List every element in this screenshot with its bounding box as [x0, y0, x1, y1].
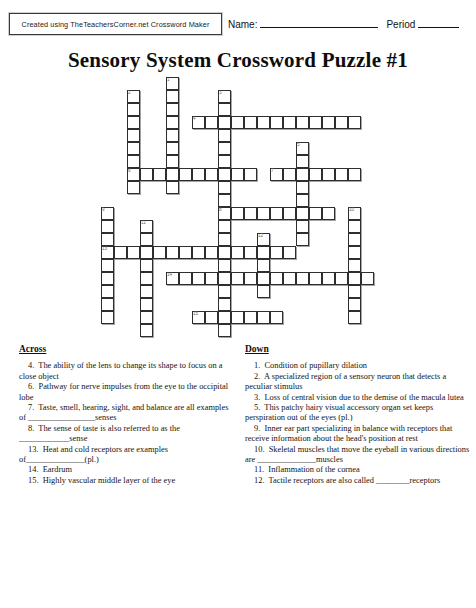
clue-item: 3. Loss of central vision due to the dem…	[245, 393, 471, 403]
grid-cell[interactable]	[283, 168, 296, 181]
clue-item: 13. Heat and cold receptors are examples…	[19, 445, 235, 466]
name-period-row: Name:Period	[228, 17, 468, 33]
grid-cell[interactable]	[140, 311, 153, 324]
grid-cell[interactable]	[114, 246, 127, 259]
grid-cell[interactable]	[166, 142, 179, 155]
clue-item: 11. Inflammation of the cornea	[245, 465, 471, 475]
grid-cell[interactable]	[270, 246, 283, 259]
grid-cell[interactable]: 11	[140, 220, 153, 233]
grid-cell[interactable]	[166, 246, 179, 259]
clue-number: 6	[128, 168, 131, 173]
grid-cell[interactable]	[127, 181, 140, 194]
grid-cell[interactable]	[218, 168, 231, 181]
grid-cell[interactable]	[348, 233, 361, 246]
name-label: Name:	[228, 19, 257, 30]
clue-number: 12	[258, 233, 263, 238]
grid-cell[interactable]	[348, 246, 361, 259]
grid-cell[interactable]	[348, 116, 361, 129]
grid-cell[interactable]	[218, 116, 231, 129]
grid-cell[interactable]	[244, 116, 257, 129]
grid-cell[interactable]	[218, 194, 231, 207]
grid-cell[interactable]: 12	[257, 233, 270, 246]
grid-cell[interactable]	[283, 116, 296, 129]
grid-cell[interactable]	[257, 116, 270, 129]
grid-cell[interactable]	[296, 116, 309, 129]
grid-cell[interactable]	[218, 259, 231, 272]
grid-cell[interactable]	[218, 129, 231, 142]
grid-cell[interactable]: 14	[166, 272, 179, 285]
grid-cell[interactable]	[218, 155, 231, 168]
grid-cell[interactable]	[127, 142, 140, 155]
grid-cell[interactable]	[127, 116, 140, 129]
grid-cell[interactable]: 9	[101, 207, 114, 220]
grid-cell[interactable]	[348, 259, 361, 272]
grid-cell[interactable]	[140, 233, 153, 246]
grid-cell[interactable]	[101, 233, 114, 246]
grid-cell[interactable]	[309, 116, 322, 129]
grid-cell[interactable]	[283, 207, 296, 220]
grid-cell[interactable]	[218, 246, 231, 259]
clue-number: 15	[193, 311, 198, 316]
grid-cell[interactable]	[296, 194, 309, 207]
grid-cell[interactable]	[335, 272, 348, 285]
across-clues-section: Across 4. The ability of the lens to cha…	[19, 344, 235, 486]
grid-cell[interactable]	[270, 207, 283, 220]
clue-number: 5	[297, 142, 300, 147]
grid-cell[interactable]	[218, 324, 231, 337]
grid-cell[interactable]	[335, 168, 348, 181]
grid-cell[interactable]	[296, 168, 309, 181]
grid-cell[interactable]	[283, 272, 296, 285]
grid-cell[interactable]	[140, 285, 153, 298]
grid-cell[interactable]: 6	[127, 168, 140, 181]
grid-cell[interactable]	[101, 285, 114, 298]
grid-cell[interactable]	[322, 116, 335, 129]
grid-cell[interactable]	[231, 207, 244, 220]
grid-cell[interactable]	[205, 272, 218, 285]
grid-cell[interactable]	[348, 285, 361, 298]
grid-cell[interactable]: 1	[166, 77, 179, 90]
grid-cell[interactable]	[218, 142, 231, 155]
grid-cell[interactable]	[348, 272, 361, 285]
grid-cell[interactable]	[205, 246, 218, 259]
maker-credit-box: Created using TheTeachersCorner.net Cros…	[9, 13, 222, 35]
clue-item: 14. Eardrum	[19, 465, 235, 475]
grid-cell[interactable]	[140, 324, 153, 337]
grid-cell[interactable]	[179, 246, 192, 259]
down-heading: Down	[245, 344, 471, 354]
maker-credit-text: Created using TheTeachersCorner.net Cros…	[22, 20, 210, 29]
clue-item: 4. The ability of the lens to change its…	[19, 361, 235, 382]
grid-cell[interactable]	[309, 207, 322, 220]
grid-cell[interactable]: 2	[127, 90, 140, 103]
grid-cell[interactable]	[166, 181, 179, 194]
clue-number: 10	[349, 207, 354, 212]
grid-cell[interactable]	[244, 272, 257, 285]
grid-cell[interactable]	[101, 220, 114, 233]
grid-cell[interactable]: 4	[192, 116, 205, 129]
grid-cell[interactable]	[270, 272, 283, 285]
grid-cell[interactable]	[231, 311, 244, 324]
grid-cell[interactable]	[218, 233, 231, 246]
clue-item: 10. Skeletal muscles that move the eyeba…	[245, 445, 471, 466]
grid-cell[interactable]	[179, 168, 192, 181]
grid-cell[interactable]	[127, 129, 140, 142]
grid-cell[interactable]	[101, 272, 114, 285]
grid-cell[interactable]	[166, 168, 179, 181]
grid-cell[interactable]	[244, 246, 257, 259]
crossword-grid: 123456798101112131415	[101, 77, 374, 337]
grid-cell[interactable]	[218, 181, 231, 194]
page-title: Sensory System Crossword Puzzle #1	[0, 48, 476, 73]
clue-item: 12. Tactile receptors are also called __…	[245, 476, 471, 486]
across-clue-list: 4. The ability of the lens to change its…	[19, 361, 235, 486]
clue-item: 9. Inner ear part specializing in balanc…	[245, 424, 471, 445]
grid-cell[interactable]	[192, 168, 205, 181]
clue-number: 13	[102, 246, 107, 251]
clue-number: 1	[167, 77, 170, 82]
grid-cell[interactable]	[166, 155, 179, 168]
grid-cell[interactable]	[101, 259, 114, 272]
period-input-line[interactable]	[418, 17, 459, 28]
grid-cell[interactable]	[218, 311, 231, 324]
grid-cell[interactable]	[296, 207, 309, 220]
grid-cell[interactable]	[192, 272, 205, 285]
clue-number: 4	[193, 116, 196, 121]
grid-cell[interactable]	[322, 207, 335, 220]
grid-cell[interactable]	[257, 246, 270, 259]
grid-cell[interactable]	[348, 220, 361, 233]
grid-cell[interactable]	[244, 168, 257, 181]
grid-cell[interactable]	[127, 246, 140, 259]
clue-item: 8. The sense of taste is also referred t…	[19, 424, 235, 445]
across-heading: Across	[19, 344, 235, 354]
grid-cell[interactable]	[140, 246, 153, 259]
clue-item: 7. Taste, smell, hearing, sight, and bal…	[19, 403, 235, 424]
grid-cell[interactable]	[296, 272, 309, 285]
clue-item: 6. Pathway for nerve impulses from the e…	[19, 382, 235, 403]
grid-cell[interactable]	[166, 90, 179, 103]
grid-cell[interactable]	[257, 272, 270, 285]
clue-number: 11	[141, 220, 146, 225]
grid-cell[interactable]	[179, 272, 192, 285]
grid-cell[interactable]: 7	[270, 168, 283, 181]
grid-cell[interactable]	[153, 168, 166, 181]
grid-cell[interactable]	[101, 311, 114, 324]
grid-cell[interactable]: 8	[218, 207, 231, 220]
grid-cell[interactable]	[218, 103, 231, 116]
grid-cell[interactable]	[140, 272, 153, 285]
grid-cell[interactable]	[322, 168, 335, 181]
grid-cell[interactable]	[231, 116, 244, 129]
grid-cell[interactable]	[231, 246, 244, 259]
grid-cell[interactable]	[166, 129, 179, 142]
grid-cell[interactable]: 15	[192, 311, 205, 324]
grid-cell[interactable]: 5	[296, 142, 309, 155]
grid-cell[interactable]	[244, 311, 257, 324]
grid-cell[interactable]	[257, 285, 270, 298]
grid-cell[interactable]	[140, 259, 153, 272]
grid-cell[interactable]	[361, 272, 374, 285]
grid-cell[interactable]	[218, 298, 231, 311]
grid-cell[interactable]	[348, 311, 361, 324]
grid-cell[interactable]	[296, 155, 309, 168]
clue-number: 3	[219, 90, 222, 95]
clue-number: 2	[128, 90, 131, 95]
grid-cell[interactable]	[140, 168, 153, 181]
down-clue-list: 1. Condition of pupillary dilation2. A s…	[245, 361, 471, 486]
clue-number: 8	[219, 207, 222, 212]
grid-cell[interactable]: 13	[101, 246, 114, 259]
down-clues-section: Down 1. Condition of pupillary dilation2…	[245, 344, 471, 486]
grid-cell[interactable]	[140, 298, 153, 311]
clue-item: 1. Condition of pupillary dilation	[245, 361, 471, 371]
period-label: Period	[386, 19, 415, 30]
grid-cell[interactable]	[231, 168, 244, 181]
grid-cell[interactable]	[166, 103, 179, 116]
grid-cell[interactable]	[257, 259, 270, 272]
clue-item: 5. This patchy hairy visual accessory or…	[245, 403, 471, 424]
grid-cell[interactable]	[218, 220, 231, 233]
grid-cell[interactable]	[348, 168, 361, 181]
grid-cell[interactable]	[348, 298, 361, 311]
grid-cell[interactable]	[205, 168, 218, 181]
grid-cell[interactable]	[283, 246, 296, 259]
clue-item: 15. Highly vascular middle layer of the …	[19, 476, 235, 486]
grid-cell[interactable]	[218, 285, 231, 298]
grid-cell[interactable]	[192, 246, 205, 259]
grid-cell[interactable]	[205, 116, 218, 129]
grid-cell[interactable]	[309, 168, 322, 181]
grid-cell[interactable]: 3	[218, 90, 231, 103]
grid-cell[interactable]: 10	[348, 207, 361, 220]
grid-cell[interactable]	[127, 103, 140, 116]
grid-cell[interactable]	[270, 311, 283, 324]
grid-cell[interactable]	[257, 207, 270, 220]
grid-cell[interactable]	[296, 181, 309, 194]
clue-item: 2. A specialized region of a sensory neu…	[245, 372, 471, 393]
grid-cell[interactable]	[153, 246, 166, 259]
grid-cell[interactable]	[101, 298, 114, 311]
grid-cell[interactable]	[335, 116, 348, 129]
clue-number: 14	[167, 272, 172, 277]
grid-cell[interactable]	[296, 233, 309, 246]
grid-cell[interactable]	[257, 311, 270, 324]
grid-cell[interactable]	[205, 311, 218, 324]
grid-cell[interactable]	[270, 116, 283, 129]
clue-number: 9	[102, 207, 105, 212]
clue-number: 7	[271, 168, 274, 173]
grid-cell[interactable]	[296, 220, 309, 233]
name-input-line[interactable]	[260, 17, 378, 28]
grid-cell[interactable]	[127, 155, 140, 168]
grid-cell[interactable]	[322, 272, 335, 285]
grid-cell[interactable]	[218, 272, 231, 285]
grid-cell[interactable]	[244, 207, 257, 220]
grid-cell[interactable]	[309, 272, 322, 285]
grid-cell[interactable]	[231, 272, 244, 285]
grid-cell[interactable]	[166, 116, 179, 129]
